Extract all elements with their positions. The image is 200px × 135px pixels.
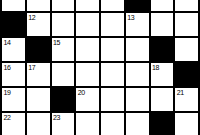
cell-r2c7[interactable] [150,12,175,37]
cell-r4c3[interactable] [51,62,76,87]
cell-r4c4[interactable] [75,62,100,87]
cell-r2c4[interactable] [75,12,100,37]
clue-number: 20 [78,89,85,96]
cell-r6c5[interactable] [100,112,125,135]
cell-r4c5[interactable] [100,62,125,87]
clue-number: 23 [53,114,60,121]
crossword-grid: 121314151617181920212223 [0,0,200,135]
clue-number: 18 [152,64,159,71]
clue-number: 12 [28,14,35,21]
cell-r6c8[interactable] [174,112,199,135]
cell-r6c2[interactable] [26,112,51,135]
cell-r1c3[interactable] [51,0,76,12]
cell-r5c5[interactable] [100,87,125,112]
cell-r5c1[interactable]: 19 [1,87,26,112]
cell-r3c6[interactable] [125,37,150,62]
cell-r1c1[interactable] [1,0,26,12]
clue-number: 19 [4,89,11,96]
cell-r2c2[interactable]: 12 [26,12,51,37]
cell-r3c4[interactable] [75,37,100,62]
clue-number: 13 [127,14,134,21]
cell-r5c7[interactable] [150,87,175,112]
cell-r2c3[interactable] [51,12,76,37]
cell-r4c7[interactable]: 18 [150,62,175,87]
cell-r4c6[interactable] [125,62,150,87]
cell-r5c2[interactable] [26,87,51,112]
cell-r6c7-black [150,112,175,135]
crossword-viewport: 121314151617181920212223 [0,0,200,135]
cell-r2c5[interactable] [100,12,125,37]
cell-r4c1[interactable]: 16 [1,62,26,87]
cell-r5c4[interactable]: 20 [75,87,100,112]
clue-number: 16 [4,64,11,71]
clue-number: 14 [4,39,11,46]
cell-r6c6[interactable] [125,112,150,135]
cell-r1c8[interactable] [174,0,199,12]
cell-r1c6-black [125,0,150,12]
cell-r3c1[interactable]: 14 [1,37,26,62]
clue-number: 15 [53,39,60,46]
clue-number: 17 [28,64,35,71]
cell-r3c3[interactable]: 15 [51,37,76,62]
cell-r2c1-black [1,12,26,37]
clue-number: 22 [4,114,11,121]
cell-r3c7-black [150,37,175,62]
cell-r1c2[interactable] [26,0,51,12]
cell-r5c3-black [51,87,76,112]
cell-r2c8[interactable] [174,12,199,37]
cell-r5c6[interactable] [125,87,150,112]
clue-number: 21 [177,89,184,96]
cell-r1c7[interactable] [150,0,175,12]
cell-r2c6[interactable]: 13 [125,12,150,37]
cell-r3c8[interactable] [174,37,199,62]
cell-r4c2[interactable]: 17 [26,62,51,87]
cell-r6c4[interactable] [75,112,100,135]
cell-r1c4[interactable] [75,0,100,12]
cell-r1c5[interactable] [100,0,125,12]
cell-r6c3[interactable]: 23 [51,112,76,135]
cell-r3c2-black [26,37,51,62]
cell-r3c5[interactable] [100,37,125,62]
cell-r6c1[interactable]: 22 [1,112,26,135]
cell-r4c8-black [174,62,199,87]
cell-r5c8[interactable]: 21 [174,87,199,112]
